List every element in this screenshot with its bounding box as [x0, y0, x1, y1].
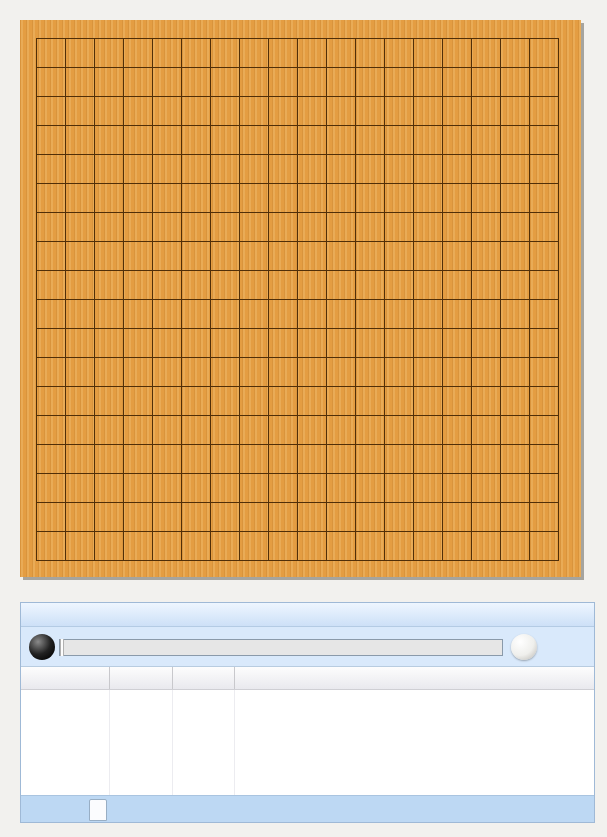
winrate-marker[interactable]	[60, 639, 64, 656]
winrate-slider-row	[21, 626, 594, 666]
white-stone-icon	[511, 634, 537, 660]
analysis-panel	[20, 602, 595, 823]
black-stone-icon	[29, 634, 55, 660]
table-header	[21, 667, 594, 690]
winrate-bar[interactable]	[59, 639, 503, 656]
panel-tab-bar	[21, 795, 594, 822]
tab-move-record[interactable]	[26, 799, 42, 819]
candidate-moves-table	[21, 666, 594, 796]
grid-lines	[36, 38, 559, 561]
tab-analysis[interactable]	[89, 799, 107, 821]
board-grid	[22, 24, 573, 575]
go-board[interactable]	[20, 20, 581, 577]
panel-title-bar	[21, 603, 594, 627]
